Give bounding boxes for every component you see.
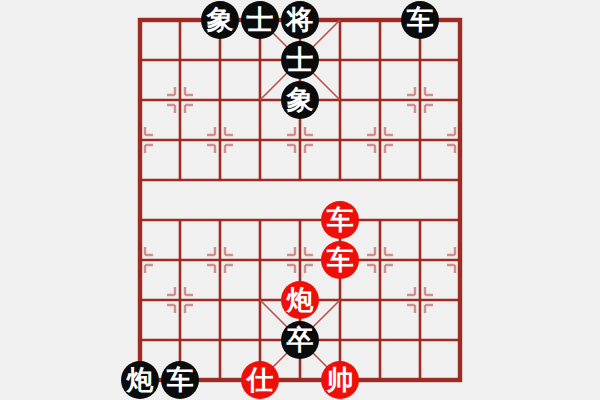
piece-glyph-red-advisor: 仕: [247, 366, 274, 393]
piece-black-chariot-1[interactable]: 车: [401, 1, 439, 39]
piece-black-advisor-2[interactable]: 士: [281, 41, 319, 79]
piece-glyph-black-advisor-2: 士: [287, 46, 314, 73]
piece-black-soldier[interactable]: 卒: [281, 321, 319, 359]
piece-red-chariot-2[interactable]: 车: [321, 241, 359, 279]
piece-glyph-black-general: 将: [287, 6, 314, 33]
piece-red-king[interactable]: 帅: [321, 361, 359, 399]
piece-glyph-black-chariot-1: 车: [407, 6, 434, 33]
piece-glyph-black-soldier: 卒: [287, 326, 314, 353]
piece-black-cannon[interactable]: 炮: [121, 361, 159, 399]
xiangqi-diagram: 象士将车士象车车炮卒炮车仕帅: [0, 0, 600, 400]
piece-glyph-black-elephant-2: 象: [287, 86, 314, 113]
piece-glyph-red-cannon: 炮: [287, 286, 314, 313]
piece-black-general[interactable]: 将: [281, 1, 319, 39]
piece-red-advisor[interactable]: 仕: [241, 361, 279, 399]
piece-glyph-black-elephant-1: 象: [207, 6, 234, 33]
xiangqi-board[interactable]: 象士将车士象车车炮卒炮车仕帅: [120, 0, 480, 400]
piece-glyph-black-cannon: 炮: [127, 366, 154, 393]
piece-glyph-red-chariot-2: 车: [327, 246, 354, 273]
piece-red-chariot-1[interactable]: 车: [321, 201, 359, 239]
piece-black-advisor-1[interactable]: 士: [241, 1, 279, 39]
piece-black-elephant-2[interactable]: 象: [281, 81, 319, 119]
piece-black-chariot-2[interactable]: 车: [161, 361, 199, 399]
piece-glyph-red-chariot-1: 车: [327, 206, 354, 233]
piece-glyph-red-king: 帅: [327, 366, 354, 393]
piece-glyph-black-chariot-2: 车: [167, 366, 194, 393]
piece-red-cannon[interactable]: 炮: [281, 281, 319, 319]
piece-black-elephant-1[interactable]: 象: [201, 1, 239, 39]
piece-glyph-black-advisor-1: 士: [247, 6, 274, 33]
